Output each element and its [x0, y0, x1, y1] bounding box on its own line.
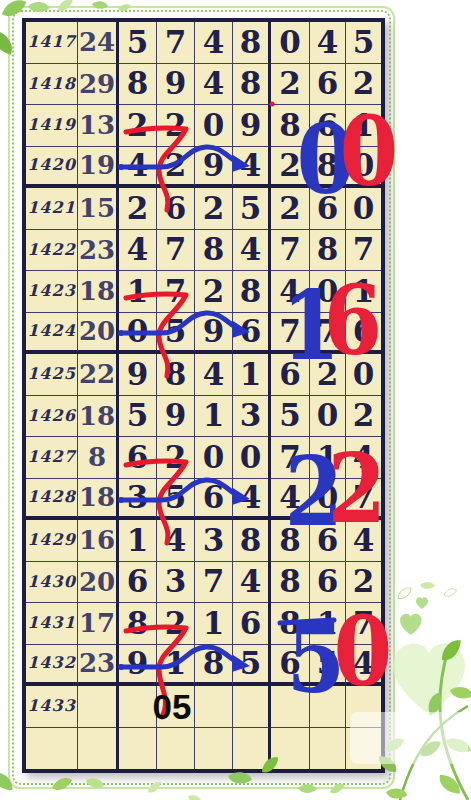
cell-result: 4	[346, 437, 381, 479]
cell-sum	[78, 728, 119, 770]
cell-sum: 13	[78, 105, 119, 147]
cell-digit: 3	[119, 479, 157, 521]
cell-result: 6	[271, 354, 310, 396]
cell-digit: 0	[119, 313, 157, 355]
cell-digit: 6	[119, 437, 157, 479]
cell-result: 6	[310, 520, 346, 562]
cell-digit: 0	[233, 437, 271, 479]
cell-digit: 8	[119, 64, 157, 106]
cell-result: 6	[346, 313, 381, 355]
cell-period: 1431	[26, 603, 78, 645]
cell-result: 6	[310, 64, 346, 106]
cell-digit: 2	[119, 105, 157, 147]
cell-digit	[119, 728, 157, 770]
cell-result: 7	[346, 230, 381, 272]
cell-period: 1422	[26, 230, 78, 272]
cell-result: 5	[346, 22, 381, 64]
cell-digit	[233, 686, 271, 728]
cell-sum: 18	[78, 271, 119, 313]
cell-sum: 15	[78, 188, 119, 230]
cell-result	[271, 728, 310, 770]
cell-period: 1423	[26, 271, 78, 313]
cell-sum: 18	[78, 396, 119, 438]
cell-digit: 8	[195, 645, 233, 687]
cell-digit: 1	[157, 645, 195, 687]
cell-digit: 4	[157, 520, 195, 562]
cell-sum: 24	[78, 22, 119, 64]
cell-result: 8	[271, 562, 310, 604]
cell-digit: 9	[157, 396, 195, 438]
cell-result: 4	[346, 645, 381, 687]
cell-digit: 1	[119, 271, 157, 313]
cell-digit	[157, 686, 195, 728]
cell-sum: 22	[78, 354, 119, 396]
cell-result: 0	[346, 188, 381, 230]
cell-sum: 19	[78, 147, 119, 189]
cell-period: 1426	[26, 396, 78, 438]
cell-digit: 4	[119, 230, 157, 272]
cell-period: 1419	[26, 105, 78, 147]
cell-result: 8	[271, 603, 310, 645]
cell-sum: 16	[78, 520, 119, 562]
cell-digit	[195, 686, 233, 728]
cell-result: 4	[271, 479, 310, 521]
cell-sum: 23	[78, 230, 119, 272]
cell-result: 0	[310, 271, 346, 313]
cell-digit: 2	[195, 188, 233, 230]
cell-result: 8	[310, 147, 346, 189]
cell-result: 0	[346, 354, 381, 396]
cell-digit: 2	[119, 188, 157, 230]
cell-result: 1	[346, 105, 381, 147]
cell-period: 1428	[26, 479, 78, 521]
cell-result: 2	[346, 396, 381, 438]
cell-period: 1433	[26, 686, 78, 728]
cell-result: 7	[271, 437, 310, 479]
cell-sum: 17	[78, 603, 119, 645]
cell-sum	[78, 686, 119, 728]
cell-period: 1417	[26, 22, 78, 64]
cell-result: 0	[271, 22, 310, 64]
cell-period	[26, 728, 78, 770]
cell-digit: 1	[195, 396, 233, 438]
cell-digit: 1	[233, 354, 271, 396]
cell-result	[346, 728, 381, 770]
cell-digit: 2	[157, 603, 195, 645]
cell-result: 2	[271, 188, 310, 230]
cell-digit: 1	[119, 520, 157, 562]
cell-result: 6	[271, 645, 310, 687]
cell-result: 7	[271, 230, 310, 272]
cell-result: 1	[310, 603, 346, 645]
cell-digit: 6	[195, 479, 233, 521]
cell-result: 6	[310, 562, 346, 604]
cell-result	[271, 686, 310, 728]
cell-digit: 4	[119, 147, 157, 189]
cell-digit: 0	[195, 437, 233, 479]
cell-result: 7	[310, 313, 346, 355]
cell-period: 1425	[26, 354, 78, 396]
cell-digit: 5	[119, 22, 157, 64]
cell-digit: 5	[157, 313, 195, 355]
cell-digit: 9	[233, 105, 271, 147]
cell-digit: 4	[233, 230, 271, 272]
cell-digit: 4	[233, 479, 271, 521]
cell-digit: 1	[195, 603, 233, 645]
cell-result	[310, 728, 346, 770]
cell-result: 1	[346, 271, 381, 313]
cell-period: 1432	[26, 645, 78, 687]
cell-digit: 4	[233, 147, 271, 189]
cell-digit: 2	[195, 271, 233, 313]
cell-result: 1	[310, 437, 346, 479]
cell-digit: 2	[157, 105, 195, 147]
cell-period: 1420	[26, 147, 78, 189]
cell-digit: 8	[233, 520, 271, 562]
lottery-grid: 1417245748045141829894826214191322098611…	[22, 18, 385, 773]
cell-digit: 8	[195, 230, 233, 272]
cell-digit: 6	[233, 313, 271, 355]
cell-sum: 18	[78, 479, 119, 521]
cell-result: 8	[271, 105, 310, 147]
cell-result: 2	[271, 147, 310, 189]
cell-result: 2	[310, 354, 346, 396]
cell-period: 1430	[26, 562, 78, 604]
cell-digit: 3	[157, 562, 195, 604]
cell-result: 8	[271, 520, 310, 562]
cell-result: 0	[346, 147, 381, 189]
cell-digit: 2	[157, 437, 195, 479]
cell-digit: 3	[195, 520, 233, 562]
cell-digit	[119, 686, 157, 728]
cell-digit: 5	[119, 396, 157, 438]
cell-sum: 20	[78, 313, 119, 355]
cell-digit: 4	[195, 22, 233, 64]
cell-digit	[233, 728, 271, 770]
cell-result: 8	[310, 230, 346, 272]
cell-digit	[195, 728, 233, 770]
cell-digit: 3	[233, 396, 271, 438]
cell-result: 7	[271, 313, 310, 355]
cell-digit: 8	[233, 271, 271, 313]
cell-digit: 6	[157, 188, 195, 230]
cell-result: 2	[271, 64, 310, 106]
cell-digit	[157, 728, 195, 770]
cell-digit: 9	[119, 354, 157, 396]
cell-result	[310, 686, 346, 728]
cell-result: 5	[271, 396, 310, 438]
cell-digit: 9	[195, 313, 233, 355]
cell-period: 1427	[26, 437, 78, 479]
cell-result: 5	[310, 645, 346, 687]
cell-digit: 8	[157, 354, 195, 396]
cell-digit: 8	[233, 22, 271, 64]
cell-result	[346, 686, 381, 728]
right-side-heart-decoration	[393, 581, 465, 714]
cell-digit: 4	[233, 562, 271, 604]
cell-digit: 4	[195, 354, 233, 396]
cell-digit: 5	[233, 188, 271, 230]
cell-digit: 4	[195, 64, 233, 106]
cell-digit: 2	[157, 147, 195, 189]
cell-period: 1424	[26, 313, 78, 355]
cell-result: 2	[346, 64, 381, 106]
cell-digit: 9	[157, 64, 195, 106]
cell-digit: 8	[233, 64, 271, 106]
cell-digit: 6	[119, 562, 157, 604]
cell-period: 1429	[26, 520, 78, 562]
cell-digit: 7	[157, 271, 195, 313]
cell-sum: 8	[78, 437, 119, 479]
cell-result: 6	[310, 188, 346, 230]
cell-period: 1421	[26, 188, 78, 230]
cell-result: 7	[346, 479, 381, 521]
cell-result: 4	[346, 520, 381, 562]
cell-result: 6	[310, 105, 346, 147]
cell-sum: 20	[78, 562, 119, 604]
cell-sum: 29	[78, 64, 119, 106]
cell-result: 0	[310, 479, 346, 521]
cell-digit: 9	[195, 147, 233, 189]
page-background: 1417245748045141829894826214191322098611…	[0, 0, 471, 800]
cell-digit: 8	[119, 603, 157, 645]
cell-result: 4	[271, 271, 310, 313]
cell-digit: 7	[157, 22, 195, 64]
cell-digit: 0	[195, 105, 233, 147]
cell-digit: 7	[157, 230, 195, 272]
cell-digit: 9	[119, 645, 157, 687]
cell-sum: 23	[78, 645, 119, 687]
cell-digit: 5	[233, 645, 271, 687]
cell-digit: 7	[195, 562, 233, 604]
cell-digit: 5	[157, 479, 195, 521]
cell-result: 2	[346, 562, 381, 604]
cell-period: 1418	[26, 64, 78, 106]
cell-digit: 6	[233, 603, 271, 645]
cell-result: 0	[310, 396, 346, 438]
cell-result: 4	[310, 22, 346, 64]
cell-result: 7	[346, 603, 381, 645]
